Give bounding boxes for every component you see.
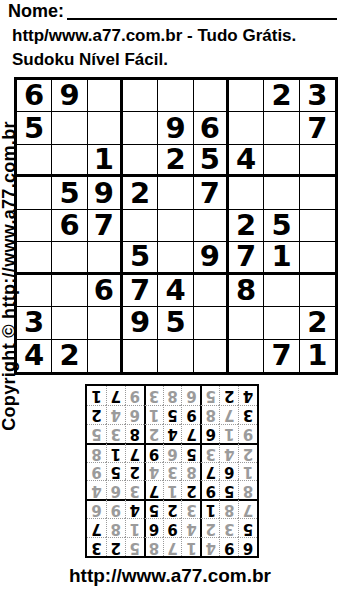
sudoku-cell-r4c9[interactable] (300, 177, 335, 209)
sudoku-cell-r9c5[interactable] (158, 340, 193, 372)
solution-cell-r8c5: 5 (163, 405, 182, 424)
sudoku-cell-r5c3[interactable]: 7 (88, 210, 123, 242)
sudoku-cell-r3c6[interactable]: 5 (194, 145, 229, 177)
sudoku-cell-r5c6[interactable] (194, 210, 229, 242)
solution-cell-r3c1: 7 (238, 499, 257, 518)
sudoku-cell-r1c4[interactable] (123, 80, 158, 112)
solution-grid-rotated: 6941785235324961877813254968592173641678… (85, 384, 259, 558)
solution-cell-r1c3: 4 (200, 537, 219, 556)
solution-cell-r6c5: 6 (163, 443, 182, 462)
sudoku-cell-r8c6[interactable] (194, 307, 229, 339)
solution-cell-r4c4: 2 (181, 480, 200, 499)
sudoku-cell-r4c5[interactable] (158, 177, 193, 209)
solution-cell-r8c1: 3 (238, 405, 257, 424)
sudoku-cell-r5c2[interactable]: 6 (52, 210, 87, 242)
sudoku-cell-r1c3[interactable] (88, 80, 123, 112)
sudoku-cell-r3c8[interactable] (264, 145, 299, 177)
solution-cell-r1c7: 5 (125, 537, 144, 556)
sudoku-cell-r8c8[interactable] (264, 307, 299, 339)
solution-cell-r1c2: 9 (219, 537, 238, 556)
difficulty-header: Sudoku Nível Fácil. (12, 51, 168, 70)
solution-cell-r5c9: 9 (87, 462, 106, 481)
solution-cell-r9c8: 7 (106, 386, 125, 405)
solution-cell-r5c1: 1 (238, 462, 257, 481)
solution-cell-r3c9: 6 (87, 499, 106, 518)
solution-cell-r3c7: 4 (125, 499, 144, 518)
solution-cell-r6c1: 2 (238, 443, 257, 462)
solution-cell-r9c1: 4 (238, 386, 257, 405)
sudoku-cell-r6c5[interactable] (158, 242, 193, 274)
solution-cell-r8c6: 1 (144, 405, 163, 424)
sudoku-cell-r6c9[interactable] (300, 242, 335, 274)
sudoku-cell-r5c4[interactable] (123, 210, 158, 242)
solution-cell-r4c5: 1 (163, 480, 182, 499)
solution-cell-r6c9: 8 (87, 443, 106, 462)
solution-cell-r3c5: 2 (163, 499, 182, 518)
sudoku-cell-r4c8[interactable] (264, 177, 299, 209)
solution-cell-r7c2: 1 (219, 424, 238, 443)
sudoku-cell-r4c2[interactable]: 5 (52, 177, 87, 209)
solution-cell-r6c8: 1 (106, 443, 125, 462)
solution-cell-r8c4: 9 (181, 405, 200, 424)
sudoku-cell-r1c5[interactable] (158, 80, 193, 112)
solution-cell-r7c3: 6 (200, 424, 219, 443)
sudoku-cell-r5c9[interactable] (300, 210, 335, 242)
sudoku-cell-r7c9[interactable] (300, 275, 335, 307)
solution-cell-r1c8: 2 (106, 537, 125, 556)
sudoku-cell-r7c5[interactable]: 4 (158, 275, 193, 307)
sudoku-cell-r8c3[interactable] (88, 307, 123, 339)
sudoku-cell-r9c1[interactable]: 4 (17, 340, 52, 372)
sudoku-cell-r4c4[interactable]: 2 (123, 177, 158, 209)
solution-cell-r8c2: 7 (219, 405, 238, 424)
sudoku-cell-r2c7[interactable] (229, 112, 264, 144)
solution-cell-r7c5: 4 (163, 424, 182, 443)
sudoku-cell-r2c4[interactable] (123, 112, 158, 144)
name-fill-line (67, 4, 337, 20)
sudoku-cell-r4c3[interactable]: 9 (88, 177, 123, 209)
solution-cell-r3c8: 9 (106, 499, 125, 518)
sudoku-cell-r3c1[interactable] (17, 145, 52, 177)
sudoku-cell-r3c4[interactable] (123, 145, 158, 177)
solution-cell-r5c2: 6 (219, 462, 238, 481)
name-row: Nome: (8, 2, 337, 22)
solution-cell-r9c9: 1 (87, 386, 106, 405)
solution-cell-r6c4: 5 (181, 443, 200, 462)
solution-cell-r1c9: 3 (87, 537, 106, 556)
sudoku-cell-r8c4[interactable]: 9 (123, 307, 158, 339)
solution-cell-r5c5: 3 (163, 462, 182, 481)
solution-cell-r4c7: 3 (125, 480, 144, 499)
sudoku-cell-r1c8[interactable]: 2 (264, 80, 299, 112)
sudoku-cell-r1c9[interactable]: 3 (300, 80, 335, 112)
solution-cell-r8c7: 6 (125, 405, 144, 424)
solution-cell-r3c4: 3 (181, 499, 200, 518)
sudoku-cell-r3c5[interactable]: 2 (158, 145, 193, 177)
solution-cell-r2c2: 3 (219, 518, 238, 537)
copyright-text: Copyright © http://www.a77.com.br (0, 121, 18, 431)
solution-cell-r2c7: 1 (125, 518, 144, 537)
sudoku-cell-r7c4[interactable]: 7 (123, 275, 158, 307)
solution-cell-r6c6: 9 (144, 443, 163, 462)
sudoku-cell-r8c2[interactable] (52, 307, 87, 339)
solution-cell-r8c9: 2 (87, 405, 106, 424)
solution-cell-r9c6: 3 (144, 386, 163, 405)
solution-cell-r5c7: 2 (125, 462, 144, 481)
solution-cell-r2c9: 7 (87, 518, 106, 537)
solution-cell-r9c7: 9 (125, 386, 144, 405)
sudoku-cell-r8c9[interactable]: 2 (300, 307, 335, 339)
sudoku-cell-r5c1[interactable] (17, 210, 52, 242)
solution-cell-r7c8: 3 (106, 424, 125, 443)
sudoku-cell-r2c3[interactable] (88, 112, 123, 144)
sudoku-cell-r1c6[interactable] (194, 80, 229, 112)
solution-cell-r6c7: 7 (125, 443, 144, 462)
solution-cell-r2c6: 6 (144, 518, 163, 537)
sudoku-cell-r4c7[interactable] (229, 177, 264, 209)
solution-cell-r8c3: 8 (200, 405, 219, 424)
sudoku-cell-r1c2[interactable]: 9 (52, 80, 87, 112)
sudoku-cell-r7c6[interactable] (194, 275, 229, 307)
solution-cell-r7c7: 8 (125, 424, 144, 443)
sudoku-cell-r6c1[interactable] (17, 242, 52, 274)
solution-cell-r5c8: 5 (106, 462, 125, 481)
sudoku-grid: 692359671254592767255971674839524271 (14, 77, 338, 375)
sudoku-cell-r1c7[interactable] (229, 80, 264, 112)
sudoku-cell-r7c7[interactable]: 8 (229, 275, 264, 307)
solution-cell-r7c1: 9 (238, 424, 257, 443)
solution-cell-r9c5: 8 (163, 386, 182, 405)
solution-cell-r2c3: 2 (200, 518, 219, 537)
sudoku-cell-r2c5[interactable]: 9 (158, 112, 193, 144)
sudoku-cell-r9c4[interactable] (123, 340, 158, 372)
sudoku-cell-r2c2[interactable] (52, 112, 87, 144)
sudoku-cell-r4c6[interactable]: 7 (194, 177, 229, 209)
sudoku-cell-r3c2[interactable] (52, 145, 87, 177)
sudoku-cell-r8c1[interactable]: 3 (17, 307, 52, 339)
sudoku-cell-r6c8[interactable]: 1 (264, 242, 299, 274)
sudoku-cell-r7c3[interactable]: 6 (88, 275, 123, 307)
solution-cell-r2c1: 5 (238, 518, 257, 537)
sudoku-cell-r3c7[interactable]: 4 (229, 145, 264, 177)
sudoku-cell-r5c7[interactable]: 2 (229, 210, 264, 242)
solution-cell-r4c6: 7 (144, 480, 163, 499)
solution-cell-r9c3: 5 (200, 386, 219, 405)
solution-cell-r5c6: 4 (144, 462, 163, 481)
solution-cell-r9c4: 6 (181, 386, 200, 405)
name-label: Nome: (8, 2, 64, 22)
sudoku-cell-r9c6[interactable] (194, 340, 229, 372)
sudoku-cell-r3c9[interactable] (300, 145, 335, 177)
sudoku-cell-r6c2[interactable] (52, 242, 87, 274)
sudoku-cell-r9c3[interactable] (88, 340, 123, 372)
solution-cell-r5c3: 7 (200, 462, 219, 481)
solution-cell-r6c2: 4 (219, 443, 238, 462)
sudoku-cell-r4c1[interactable] (17, 177, 52, 209)
solution-cell-r1c4: 1 (181, 537, 200, 556)
solution-cell-r1c1: 6 (238, 537, 257, 556)
sudoku-cell-r2c6[interactable]: 6 (194, 112, 229, 144)
sudoku-cell-r8c5[interactable]: 5 (158, 307, 193, 339)
solution-cell-r7c9: 5 (87, 424, 106, 443)
solution-cell-r7c6: 2 (144, 424, 163, 443)
footer-url: http://www.a77.com.br (0, 566, 340, 587)
solution-cell-r4c2: 5 (219, 480, 238, 499)
sudoku-cell-r1c1[interactable]: 6 (17, 80, 52, 112)
sudoku-cell-r7c1[interactable] (17, 275, 52, 307)
solution-cell-r1c6: 8 (144, 537, 163, 556)
sudoku-cell-r7c2[interactable] (52, 275, 87, 307)
sudoku-cell-r9c2[interactable]: 2 (52, 340, 87, 372)
copyright-vertical: Copyright © http://www.a77.com.br (0, 78, 18, 474)
solution-cell-r2c8: 8 (106, 518, 125, 537)
sudoku-cell-r5c8[interactable]: 5 (264, 210, 299, 242)
solution-cell-r2c5: 9 (163, 518, 182, 537)
sudoku-cell-r7c8[interactable] (264, 275, 299, 307)
solution-cell-r4c9: 4 (87, 480, 106, 499)
solution-cell-r7c4: 7 (181, 424, 200, 443)
solution-cell-r3c6: 5 (144, 499, 163, 518)
solution-cell-r4c1: 8 (238, 480, 257, 499)
sudoku-cell-r8c7[interactable] (229, 307, 264, 339)
solution-cell-r4c8: 6 (106, 480, 125, 499)
sudoku-cell-r6c4[interactable]: 5 (123, 242, 158, 274)
solution-cell-r6c3: 3 (200, 443, 219, 462)
sudoku-cell-r9c9[interactable]: 1 (300, 340, 335, 372)
solution-cell-r4c3: 9 (200, 480, 219, 499)
sudoku-cell-r2c8[interactable] (264, 112, 299, 144)
sudoku-cell-r6c6[interactable]: 9 (194, 242, 229, 274)
solution-cell-r2c4: 4 (181, 518, 200, 537)
solution-cell-r1c5: 7 (163, 537, 182, 556)
solution-cell-r5c4: 8 (181, 462, 200, 481)
solution-cell-r3c3: 1 (200, 499, 219, 518)
sudoku-cell-r3c3[interactable]: 1 (88, 145, 123, 177)
sudoku-cell-r9c7[interactable] (229, 340, 264, 372)
sudoku-cell-r2c1[interactable]: 5 (17, 112, 52, 144)
solution-cell-r8c8: 4 (106, 405, 125, 424)
solution-cell-r3c2: 8 (219, 499, 238, 518)
sudoku-cell-r9c8[interactable]: 7 (264, 340, 299, 372)
sudoku-cell-r5c5[interactable] (158, 210, 193, 242)
solution-cell-r9c2: 2 (219, 386, 238, 405)
sudoku-cell-r6c3[interactable] (88, 242, 123, 274)
site-header: http/www.a77.com.br - Tudo Grátis. (12, 27, 296, 46)
sudoku-cell-r6c7[interactable]: 7 (229, 242, 264, 274)
sudoku-cell-r2c9[interactable]: 7 (300, 112, 335, 144)
